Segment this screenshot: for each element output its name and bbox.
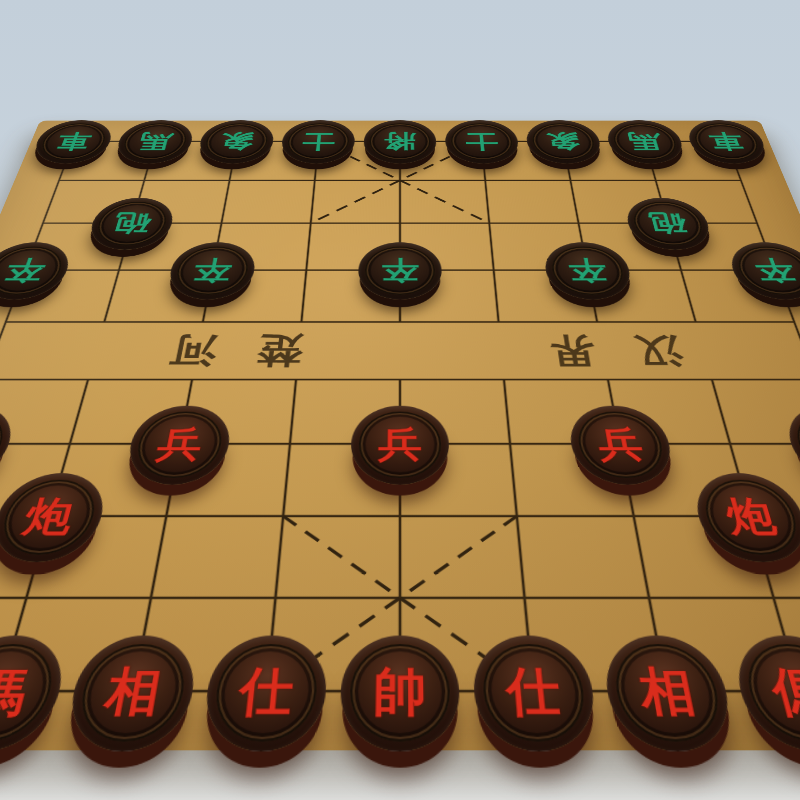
board-point-4-4 <box>349 295 450 350</box>
board-point-4-5 <box>448 295 552 350</box>
piece-glyph: 相 <box>636 666 699 718</box>
black-elephant-piece[interactable]: 象 <box>524 120 605 163</box>
board-point-0-3: 士 <box>275 123 360 160</box>
board-point-3-7 <box>629 246 737 295</box>
board-point-8-6 <box>581 556 722 643</box>
board-grid: 車馬象士將士象馬車砲砲卒卒卒卒卒兵兵兵兵兵炮炮俥傌相仕帥仕相傌俥 <box>0 123 800 743</box>
board-point-7-2 <box>99 479 230 556</box>
board-point-3-3 <box>256 246 354 295</box>
piece-glyph: 砲 <box>111 212 153 235</box>
piece-glyph: 車 <box>54 132 94 152</box>
piece-glyph: 象 <box>545 132 581 152</box>
board-point-0-1: 馬 <box>108 123 200 160</box>
black-soldier-piece[interactable]: 卒 <box>357 242 443 299</box>
board-point-7-3 <box>219 479 343 556</box>
piece-glyph: 馬 <box>626 132 664 152</box>
black-soldier-piece[interactable]: 卒 <box>164 242 258 299</box>
piece-glyph: 車 <box>706 132 746 152</box>
red-elephant-piece[interactable]: 相 <box>599 636 739 752</box>
board-point-6-5 <box>453 411 570 479</box>
board-point-4-2 <box>147 295 256 350</box>
piece-glyph: 象 <box>219 132 255 152</box>
board-scene: 楚河 汉界 車馬象士將士象馬車砲砲卒卒卒卒卒兵兵兵兵兵炮炮俥傌相仕帥仕相傌俥 <box>0 121 800 751</box>
piece-glyph: 兵 <box>154 426 205 462</box>
board-point-6-4: 兵 <box>343 411 456 479</box>
piece-glyph: 仕 <box>505 666 563 718</box>
black-advisor-piece[interactable]: 士 <box>444 120 520 163</box>
red-soldier-piece[interactable]: 兵 <box>122 406 235 485</box>
board-point-5-7 <box>653 350 774 411</box>
board-point-0-2: 象 <box>192 123 281 160</box>
board-point-2-0 <box>0 201 95 246</box>
piece-glyph: 士 <box>301 132 335 152</box>
red-soldier-piece[interactable]: 兵 <box>566 406 679 485</box>
board-point-2-1: 砲 <box>80 201 182 246</box>
board-point-9-6: 相 <box>593 643 745 743</box>
red-cannon-piece[interactable]: 炮 <box>688 473 800 562</box>
board-point-6-3 <box>230 411 347 479</box>
piece-glyph: 帥 <box>373 666 427 718</box>
board-mat: 楚河 汉界 車馬象士將士象馬車砲砲卒卒卒卒卒兵兵兵兵兵炮炮俥傌相仕帥仕相傌俥 <box>0 121 800 751</box>
board-point-2-6 <box>531 201 629 246</box>
board-point-3-6: 卒 <box>537 246 640 295</box>
black-general-piece[interactable]: 將 <box>363 120 437 163</box>
board-point-3-4: 卒 <box>352 246 448 295</box>
board-point-5-2 <box>133 350 249 411</box>
board-point-3-1 <box>64 246 172 295</box>
black-chariot-piece[interactable]: 車 <box>683 120 772 163</box>
board-point-1-2 <box>182 160 275 201</box>
board-point-2-8 <box>705 201 800 246</box>
piece-glyph: 馬 <box>136 132 174 152</box>
black-advisor-piece[interactable]: 士 <box>279 120 355 163</box>
red-soldier-piece[interactable]: 兵 <box>349 406 450 485</box>
board-point-8-2 <box>78 556 219 643</box>
board-point-7-4 <box>340 479 461 556</box>
board-point-5-1 <box>26 350 147 411</box>
board-point-6-2: 兵 <box>117 411 240 479</box>
board-point-4-3 <box>248 295 352 350</box>
piece-glyph: 卒 <box>751 257 798 283</box>
board-point-7-5 <box>457 479 581 556</box>
board-point-1-4 <box>356 160 443 201</box>
piece-glyph: 炮 <box>20 496 78 536</box>
board-point-2-3 <box>263 201 357 246</box>
piece-glyph: 炮 <box>722 496 780 536</box>
board-point-1-3 <box>269 160 358 201</box>
black-horse-piece[interactable]: 馬 <box>112 120 197 163</box>
board-point-0-8: 車 <box>679 123 775 160</box>
board-point-0-6: 象 <box>520 123 609 160</box>
piece-glyph: 兵 <box>595 426 646 462</box>
board-point-5-6 <box>552 350 668 411</box>
board-point-6-1 <box>3 411 132 479</box>
piece-glyph: 傌 <box>767 666 800 718</box>
board-point-9-5: 仕 <box>464 643 607 743</box>
board-point-8-3 <box>207 556 340 643</box>
red-advisor-piece[interactable]: 仕 <box>471 636 600 752</box>
board-point-7-6 <box>570 479 701 556</box>
red-advisor-piece[interactable]: 仕 <box>199 636 328 752</box>
board-point-2-5 <box>444 201 538 246</box>
board-point-5-5 <box>451 350 561 411</box>
red-cannon-piece[interactable]: 炮 <box>0 473 112 562</box>
black-chariot-piece[interactable]: 車 <box>28 120 117 163</box>
piece-glyph: 相 <box>101 666 164 718</box>
board-point-3-2: 卒 <box>160 246 263 295</box>
board-point-5-4 <box>347 350 454 411</box>
piece-glyph: 兵 <box>378 426 423 462</box>
board-point-5-3 <box>240 350 350 411</box>
board-point-8-4 <box>336 556 465 643</box>
black-cannon-piece[interactable]: 砲 <box>622 198 716 250</box>
board-point-0-0: 車 <box>25 123 121 160</box>
board-point-2-2 <box>171 201 269 246</box>
board-point-2-7: 砲 <box>618 201 720 246</box>
table-background: 楚河 汉界 車馬象士將士象馬車砲砲卒卒卒卒卒兵兵兵兵兵炮炮俥傌相仕帥仕相傌俥 <box>0 0 800 800</box>
black-horse-piece[interactable]: 馬 <box>603 120 688 163</box>
board-point-1-0 <box>8 160 109 201</box>
board-point-8-5 <box>460 556 593 643</box>
piece-glyph: 仕 <box>237 666 295 718</box>
red-general-piece[interactable]: 帥 <box>338 636 461 752</box>
board-point-1-1 <box>95 160 192 201</box>
board-point-7-7: 炮 <box>683 479 800 556</box>
board-point-4-6 <box>544 295 653 350</box>
piece-glyph: 傌 <box>0 666 33 718</box>
piece-glyph: 將 <box>384 132 417 152</box>
board-point-4-7 <box>640 295 754 350</box>
board-point-0-7: 馬 <box>600 123 692 160</box>
board-point-0-5: 士 <box>440 123 525 160</box>
board-point-1-8 <box>692 160 793 201</box>
black-soldier-piece[interactable]: 卒 <box>724 242 800 299</box>
black-soldier-piece[interactable]: 卒 <box>542 242 636 299</box>
board-point-4-1 <box>46 295 160 350</box>
board-point-9-2: 相 <box>55 643 207 743</box>
piece-glyph: 卒 <box>1 257 48 283</box>
board-point-9-3: 仕 <box>193 643 336 743</box>
board-point-7-1: 炮 <box>0 479 117 556</box>
board-point-0-4: 將 <box>358 123 441 160</box>
board-point-3-5 <box>446 246 544 295</box>
piece-glyph: 士 <box>465 132 499 152</box>
board-point-6-6: 兵 <box>560 411 683 479</box>
board-point-9-4: 帥 <box>331 643 469 743</box>
red-elephant-piece[interactable]: 相 <box>60 636 200 752</box>
piece-glyph: 卒 <box>566 257 608 283</box>
board-point-2-4 <box>354 201 445 246</box>
piece-glyph: 卒 <box>381 257 419 283</box>
board-point-1-6 <box>525 160 618 201</box>
board-point-1-7 <box>608 160 705 201</box>
piece-glyph: 砲 <box>647 212 689 235</box>
piece-glyph: 卒 <box>191 257 233 283</box>
black-elephant-piece[interactable]: 象 <box>196 120 277 163</box>
board-point-1-5 <box>442 160 531 201</box>
black-cannon-piece[interactable]: 砲 <box>84 198 178 250</box>
